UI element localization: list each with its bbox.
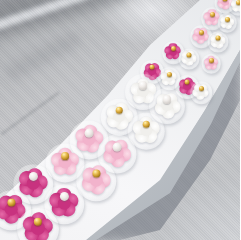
gold-bead [115, 107, 123, 115]
photo-canvas [0, 0, 240, 240]
gold-bead [199, 86, 204, 91]
pearl-bead [85, 129, 94, 138]
gold-bead [225, 17, 230, 22]
gold-bead [216, 35, 221, 40]
flower-charm-white [155, 93, 179, 117]
gold-bead [210, 12, 215, 17]
flower-charm-pink [52, 149, 78, 175]
flower [52, 149, 78, 175]
gold-bead [199, 30, 204, 35]
flower [24, 214, 52, 240]
gold-bead [61, 152, 69, 160]
flower-charm-white [182, 51, 196, 65]
flower-charm-pink [104, 140, 130, 166]
gold-bead [167, 72, 172, 77]
flower [20, 170, 47, 197]
flower-charm-pink [205, 57, 218, 70]
flower-charm-white [194, 85, 209, 100]
flower-charm-pink [83, 167, 110, 194]
flower [205, 57, 218, 70]
flower [194, 85, 209, 100]
flower-charm-white [232, 0, 241, 12]
flower [155, 93, 179, 117]
gold-bead [185, 80, 190, 85]
flower [194, 29, 209, 44]
flower [104, 140, 130, 166]
flower-charm-pink [194, 29, 209, 44]
gold-bead [209, 58, 214, 63]
pearl-bead [113, 143, 122, 152]
flower [221, 16, 234, 29]
gold-bead [236, 0, 241, 5]
gold-bead [142, 121, 150, 129]
flower [232, 0, 241, 12]
flower [51, 190, 78, 217]
flower-charm-magenta [51, 190, 78, 217]
flower-charm-white [221, 16, 234, 29]
flower-charm-magenta [24, 214, 52, 240]
flower [211, 34, 225, 48]
gold-bead [187, 52, 192, 57]
gold-bead [150, 65, 155, 70]
flower-charm-white [134, 118, 159, 143]
charms-layer [0, 0, 240, 240]
gold-bead [171, 46, 176, 51]
flower [83, 167, 110, 194]
flower [134, 118, 159, 143]
flower-charm-white [211, 34, 225, 48]
flower [182, 51, 196, 65]
flower-charm-magenta [20, 170, 47, 197]
